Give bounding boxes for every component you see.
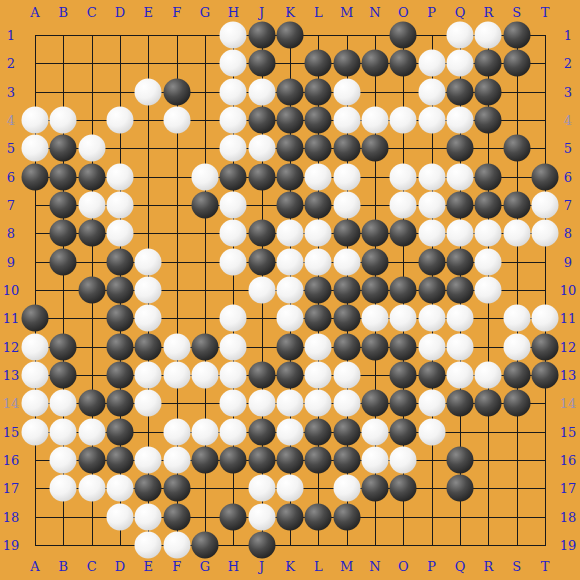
- white-stone-H7[interactable]: [220, 191, 247, 218]
- coordinate-label: G: [200, 560, 210, 573]
- coordinate-label: A: [30, 560, 39, 573]
- black-stone-E12[interactable]: [135, 333, 162, 360]
- white-stone-L12[interactable]: [305, 333, 332, 360]
- go-board-canvas: ABCDEFGHJKLMNOPQRST ABCDEFGHJKLMNOPQRST …: [0, 0, 580, 580]
- white-stone-R9[interactable]: [475, 248, 502, 275]
- black-stone-B5[interactable]: [50, 135, 77, 162]
- black-stone-J9[interactable]: [248, 248, 275, 275]
- black-stone-A11[interactable]: [22, 305, 49, 332]
- black-stone-D10[interactable]: [106, 276, 133, 303]
- white-stone-Q6[interactable]: [446, 163, 473, 190]
- coordinate-label: D: [115, 560, 125, 573]
- coordinate-label: 12: [560, 340, 577, 353]
- white-stone-R13[interactable]: [475, 361, 502, 388]
- black-stone-C16[interactable]: [78, 446, 105, 473]
- white-stone-R8[interactable]: [475, 220, 502, 247]
- white-stone-M14[interactable]: [333, 390, 360, 417]
- white-stone-L13[interactable]: [305, 361, 332, 388]
- white-stone-A4[interactable]: [22, 106, 49, 133]
- black-stone-B12[interactable]: [50, 333, 77, 360]
- white-stone-P15[interactable]: [418, 418, 445, 445]
- black-stone-S5[interactable]: [503, 135, 530, 162]
- black-stone-F17[interactable]: [163, 475, 190, 502]
- white-stone-M9[interactable]: [333, 248, 360, 275]
- white-stone-Q11[interactable]: [446, 305, 473, 332]
- black-stone-K13[interactable]: [276, 361, 303, 388]
- black-stone-M5[interactable]: [333, 135, 360, 162]
- black-stone-O1[interactable]: [390, 22, 417, 49]
- white-stone-K17[interactable]: [276, 475, 303, 502]
- white-stone-M6[interactable]: [333, 163, 360, 190]
- black-stone-T12[interactable]: [531, 333, 558, 360]
- white-stone-L9[interactable]: [305, 248, 332, 275]
- black-stone-K12[interactable]: [276, 333, 303, 360]
- black-stone-J6[interactable]: [248, 163, 275, 190]
- black-stone-Q3[interactable]: [446, 78, 473, 105]
- black-stone-L16[interactable]: [305, 446, 332, 473]
- white-stone-S12[interactable]: [503, 333, 530, 360]
- coordinate-label: E: [144, 560, 154, 573]
- white-stone-P2[interactable]: [418, 50, 445, 77]
- black-stone-R7[interactable]: [475, 191, 502, 218]
- black-stone-M11[interactable]: [333, 305, 360, 332]
- coordinate-label: 3: [7, 85, 15, 98]
- black-stone-O13[interactable]: [390, 361, 417, 388]
- coordinate-label: A: [30, 6, 39, 19]
- black-stone-L15[interactable]: [305, 418, 332, 445]
- white-stone-P4[interactable]: [418, 106, 445, 133]
- white-stone-M3[interactable]: [333, 78, 360, 105]
- black-stone-D11[interactable]: [106, 305, 133, 332]
- black-stone-Q5[interactable]: [446, 135, 473, 162]
- white-stone-P8[interactable]: [418, 220, 445, 247]
- white-stone-D8[interactable]: [106, 220, 133, 247]
- white-stone-F16[interactable]: [163, 446, 190, 473]
- coordinate-label: L: [314, 6, 323, 19]
- black-stone-R2[interactable]: [475, 50, 502, 77]
- white-stone-J14[interactable]: [248, 390, 275, 417]
- white-stone-C15[interactable]: [78, 418, 105, 445]
- black-stone-M10[interactable]: [333, 276, 360, 303]
- black-stone-R3[interactable]: [475, 78, 502, 105]
- coordinate-label: 14: [560, 397, 577, 410]
- coordinate-label: H: [228, 560, 239, 573]
- white-stone-H9[interactable]: [220, 248, 247, 275]
- black-stone-B9[interactable]: [50, 248, 77, 275]
- black-stone-L3[interactable]: [305, 78, 332, 105]
- black-stone-G12[interactable]: [191, 333, 218, 360]
- black-stone-D9[interactable]: [106, 248, 133, 275]
- white-stone-M4[interactable]: [333, 106, 360, 133]
- black-stone-O2[interactable]: [390, 50, 417, 77]
- black-stone-M15[interactable]: [333, 418, 360, 445]
- white-stone-J10[interactable]: [248, 276, 275, 303]
- black-stone-M16[interactable]: [333, 446, 360, 473]
- black-stone-T13[interactable]: [531, 361, 558, 388]
- white-stone-A13[interactable]: [22, 361, 49, 388]
- coordinate-label: 5: [564, 142, 572, 155]
- white-stone-A5[interactable]: [22, 135, 49, 162]
- coordinate-label: E: [144, 6, 154, 19]
- white-stone-B17[interactable]: [50, 475, 77, 502]
- black-stone-R14[interactable]: [475, 390, 502, 417]
- white-stone-S8[interactable]: [503, 220, 530, 247]
- black-stone-B13[interactable]: [50, 361, 77, 388]
- white-stone-N15[interactable]: [361, 418, 388, 445]
- black-stone-P9[interactable]: [418, 248, 445, 275]
- white-stone-E14[interactable]: [135, 390, 162, 417]
- black-stone-D16[interactable]: [106, 446, 133, 473]
- coordinate-label: K: [285, 6, 295, 19]
- coordinate-label: Q: [455, 560, 466, 573]
- coordinate-label: 16: [3, 453, 20, 466]
- black-stone-Q14[interactable]: [446, 390, 473, 417]
- white-stone-T7[interactable]: [531, 191, 558, 218]
- black-stone-L11[interactable]: [305, 305, 332, 332]
- white-stone-D17[interactable]: [106, 475, 133, 502]
- coordinate-label: O: [398, 6, 409, 19]
- white-stone-M7[interactable]: [333, 191, 360, 218]
- black-stone-E17[interactable]: [135, 475, 162, 502]
- black-stone-T6[interactable]: [531, 163, 558, 190]
- black-stone-D12[interactable]: [106, 333, 133, 360]
- white-stone-B14[interactable]: [50, 390, 77, 417]
- black-stone-S13[interactable]: [503, 361, 530, 388]
- white-stone-H11[interactable]: [220, 305, 247, 332]
- black-stone-K16[interactable]: [276, 446, 303, 473]
- coordinate-label: K: [285, 560, 295, 573]
- coordinate-label: 4: [7, 113, 15, 126]
- white-stone-T8[interactable]: [531, 220, 558, 247]
- black-stone-M18[interactable]: [333, 503, 360, 530]
- white-stone-Q2[interactable]: [446, 50, 473, 77]
- white-stone-E10[interactable]: [135, 276, 162, 303]
- white-stone-O11[interactable]: [390, 305, 417, 332]
- coordinate-label: J: [259, 560, 264, 573]
- coordinate-label: 6: [7, 170, 15, 183]
- white-stone-C7[interactable]: [78, 191, 105, 218]
- white-stone-K11[interactable]: [276, 305, 303, 332]
- coordinate-label: 15: [3, 425, 20, 438]
- black-stone-L7[interactable]: [305, 191, 332, 218]
- black-stone-B7[interactable]: [50, 191, 77, 218]
- black-stone-R4[interactable]: [475, 106, 502, 133]
- white-stone-C5[interactable]: [78, 135, 105, 162]
- coordinate-label: 4: [564, 113, 572, 126]
- white-stone-O4[interactable]: [390, 106, 417, 133]
- black-stone-K7[interactable]: [276, 191, 303, 218]
- white-stone-Q12[interactable]: [446, 333, 473, 360]
- black-stone-H16[interactable]: [220, 446, 247, 473]
- white-stone-D6[interactable]: [106, 163, 133, 190]
- white-stone-N16[interactable]: [361, 446, 388, 473]
- black-stone-Q17[interactable]: [446, 475, 473, 502]
- coordinate-label: N: [369, 560, 380, 573]
- coordinate-label: F: [172, 560, 181, 573]
- black-stone-C14[interactable]: [78, 390, 105, 417]
- coordinate-label: 16: [560, 453, 577, 466]
- white-stone-D7[interactable]: [106, 191, 133, 218]
- white-stone-J18[interactable]: [248, 503, 275, 530]
- white-stone-K9[interactable]: [276, 248, 303, 275]
- black-stone-G19[interactable]: [191, 531, 218, 558]
- black-stone-J16[interactable]: [248, 446, 275, 473]
- white-stone-F19[interactable]: [163, 531, 190, 558]
- white-stone-G6[interactable]: [191, 163, 218, 190]
- white-stone-E16[interactable]: [135, 446, 162, 473]
- white-stone-Q4[interactable]: [446, 106, 473, 133]
- coordinate-label: O: [398, 560, 409, 573]
- white-stone-H8[interactable]: [220, 220, 247, 247]
- coordinate-label: 14: [3, 397, 20, 410]
- white-stone-H14[interactable]: [220, 390, 247, 417]
- black-stone-L18[interactable]: [305, 503, 332, 530]
- coordinate-label: 12: [3, 340, 20, 353]
- black-stone-H18[interactable]: [220, 503, 247, 530]
- white-stone-E3[interactable]: [135, 78, 162, 105]
- coordinate-label: P: [427, 560, 436, 573]
- coordinate-label: 18: [3, 510, 20, 523]
- black-stone-Q9[interactable]: [446, 248, 473, 275]
- black-stone-N9[interactable]: [361, 248, 388, 275]
- black-stone-D15[interactable]: [106, 418, 133, 445]
- white-stone-O6[interactable]: [390, 163, 417, 190]
- black-stone-C8[interactable]: [78, 220, 105, 247]
- coordinate-label: 6: [564, 170, 572, 183]
- black-stone-S2[interactable]: [503, 50, 530, 77]
- black-stone-N10[interactable]: [361, 276, 388, 303]
- black-stone-K1[interactable]: [276, 22, 303, 49]
- white-stone-P12[interactable]: [418, 333, 445, 360]
- black-stone-B8[interactable]: [50, 220, 77, 247]
- white-stone-S11[interactable]: [503, 305, 530, 332]
- black-stone-P10[interactable]: [418, 276, 445, 303]
- coordinate-label: 7: [564, 198, 572, 211]
- black-stone-J13[interactable]: [248, 361, 275, 388]
- black-stone-D14[interactable]: [106, 390, 133, 417]
- black-stone-M2[interactable]: [333, 50, 360, 77]
- white-stone-H2[interactable]: [220, 50, 247, 77]
- coordinate-label: 19: [560, 538, 577, 551]
- coordinate-label: D: [115, 6, 125, 19]
- black-stone-Q7[interactable]: [446, 191, 473, 218]
- coordinate-label: T: [541, 560, 550, 573]
- coordinate-label: C: [87, 560, 97, 573]
- black-stone-B6[interactable]: [50, 163, 77, 190]
- white-stone-H3[interactable]: [220, 78, 247, 105]
- black-stone-L4[interactable]: [305, 106, 332, 133]
- black-stone-O15[interactable]: [390, 418, 417, 445]
- white-stone-D4[interactable]: [106, 106, 133, 133]
- black-stone-G16[interactable]: [191, 446, 218, 473]
- black-stone-S14[interactable]: [503, 390, 530, 417]
- black-stone-J15[interactable]: [248, 418, 275, 445]
- coordinate-label: 7: [7, 198, 15, 211]
- black-stone-K18[interactable]: [276, 503, 303, 530]
- black-stone-S7[interactable]: [503, 191, 530, 218]
- white-stone-C17[interactable]: [78, 475, 105, 502]
- black-stone-S1[interactable]: [503, 22, 530, 49]
- coordinate-label: 11: [560, 312, 577, 325]
- white-stone-H15[interactable]: [220, 418, 247, 445]
- white-stone-Q13[interactable]: [446, 361, 473, 388]
- white-stone-F4[interactable]: [163, 106, 190, 133]
- grid-line-vertical: [545, 35, 546, 546]
- white-stone-E9[interactable]: [135, 248, 162, 275]
- white-stone-P11[interactable]: [418, 305, 445, 332]
- coordinate-label: R: [483, 560, 493, 573]
- white-stone-J17[interactable]: [248, 475, 275, 502]
- black-stone-K5[interactable]: [276, 135, 303, 162]
- coordinate-label: 9: [7, 255, 15, 268]
- black-stone-F18[interactable]: [163, 503, 190, 530]
- white-stone-K8[interactable]: [276, 220, 303, 247]
- white-stone-Q1[interactable]: [446, 22, 473, 49]
- white-stone-N11[interactable]: [361, 305, 388, 332]
- white-stone-R10[interactable]: [475, 276, 502, 303]
- black-stone-Q16[interactable]: [446, 446, 473, 473]
- black-stone-M8[interactable]: [333, 220, 360, 247]
- black-stone-J4[interactable]: [248, 106, 275, 133]
- white-stone-A15[interactable]: [22, 418, 49, 445]
- black-stone-N5[interactable]: [361, 135, 388, 162]
- black-stone-L10[interactable]: [305, 276, 332, 303]
- black-stone-J2[interactable]: [248, 50, 275, 77]
- white-stone-B4[interactable]: [50, 106, 77, 133]
- coordinate-label: M: [340, 6, 353, 19]
- black-stone-O14[interactable]: [390, 390, 417, 417]
- white-stone-A14[interactable]: [22, 390, 49, 417]
- coordinate-label: 10: [3, 283, 20, 296]
- white-stone-F13[interactable]: [163, 361, 190, 388]
- white-stone-E13[interactable]: [135, 361, 162, 388]
- black-stone-K4[interactable]: [276, 106, 303, 133]
- white-stone-J3[interactable]: [248, 78, 275, 105]
- white-stone-M13[interactable]: [333, 361, 360, 388]
- black-stone-O12[interactable]: [390, 333, 417, 360]
- white-stone-H1[interactable]: [220, 22, 247, 49]
- black-stone-H6[interactable]: [220, 163, 247, 190]
- coordinate-label: H: [228, 6, 239, 19]
- black-stone-O17[interactable]: [390, 475, 417, 502]
- black-stone-A6[interactable]: [22, 163, 49, 190]
- black-stone-N2[interactable]: [361, 50, 388, 77]
- coordinate-label: 9: [564, 255, 572, 268]
- white-stone-F12[interactable]: [163, 333, 190, 360]
- white-stone-B15[interactable]: [50, 418, 77, 445]
- white-stone-J5[interactable]: [248, 135, 275, 162]
- white-stone-D18[interactable]: [106, 503, 133, 530]
- coordinate-label: T: [541, 6, 550, 19]
- white-stone-B16[interactable]: [50, 446, 77, 473]
- black-stone-K6[interactable]: [276, 163, 303, 190]
- black-stone-N8[interactable]: [361, 220, 388, 247]
- white-stone-H5[interactable]: [220, 135, 247, 162]
- white-stone-A12[interactable]: [22, 333, 49, 360]
- white-stone-P6[interactable]: [418, 163, 445, 190]
- white-stone-L14[interactable]: [305, 390, 332, 417]
- white-stone-E19[interactable]: [135, 531, 162, 558]
- white-stone-P7[interactable]: [418, 191, 445, 218]
- white-stone-G13[interactable]: [191, 361, 218, 388]
- black-stone-O10[interactable]: [390, 276, 417, 303]
- white-stone-Q8[interactable]: [446, 220, 473, 247]
- white-stone-M17[interactable]: [333, 475, 360, 502]
- white-stone-R1[interactable]: [475, 22, 502, 49]
- black-stone-J19[interactable]: [248, 531, 275, 558]
- coordinate-label: N: [369, 6, 380, 19]
- white-stone-E18[interactable]: [135, 503, 162, 530]
- white-stone-K10[interactable]: [276, 276, 303, 303]
- black-stone-N14[interactable]: [361, 390, 388, 417]
- white-stone-O16[interactable]: [390, 446, 417, 473]
- coordinate-label: 17: [3, 482, 20, 495]
- black-stone-L2[interactable]: [305, 50, 332, 77]
- coordinate-label: 8: [7, 227, 15, 240]
- coordinate-label: 1: [564, 29, 572, 42]
- black-stone-M12[interactable]: [333, 333, 360, 360]
- coordinate-label: 13: [560, 368, 577, 381]
- black-stone-Q10[interactable]: [446, 276, 473, 303]
- black-stone-J1[interactable]: [248, 22, 275, 49]
- white-stone-T11[interactable]: [531, 305, 558, 332]
- white-stone-P14[interactable]: [418, 390, 445, 417]
- coordinate-label: F: [172, 6, 181, 19]
- white-stone-N4[interactable]: [361, 106, 388, 133]
- black-stone-G7[interactable]: [191, 191, 218, 218]
- black-stone-P13[interactable]: [418, 361, 445, 388]
- black-stone-D13[interactable]: [106, 361, 133, 388]
- coordinate-label: B: [59, 6, 69, 19]
- black-stone-O8[interactable]: [390, 220, 417, 247]
- black-stone-J8[interactable]: [248, 220, 275, 247]
- black-stone-N17[interactable]: [361, 475, 388, 502]
- coordinate-label: 3: [564, 85, 572, 98]
- black-stone-C6[interactable]: [78, 163, 105, 190]
- coordinate-label: L: [314, 560, 323, 573]
- white-stone-E11[interactable]: [135, 305, 162, 332]
- white-stone-L6[interactable]: [305, 163, 332, 190]
- white-stone-K15[interactable]: [276, 418, 303, 445]
- coordinate-label: 8: [564, 227, 572, 240]
- white-stone-K14[interactable]: [276, 390, 303, 417]
- coordinate-label: P: [427, 6, 436, 19]
- coordinate-label: 18: [560, 510, 577, 523]
- white-stone-F15[interactable]: [163, 418, 190, 445]
- white-stone-L8[interactable]: [305, 220, 332, 247]
- white-stone-H4[interactable]: [220, 106, 247, 133]
- coordinate-label: R: [483, 6, 493, 19]
- white-stone-H12[interactable]: [220, 333, 247, 360]
- coordinate-label: C: [87, 6, 97, 19]
- coordinate-label: J: [259, 6, 264, 19]
- white-stone-P3[interactable]: [418, 78, 445, 105]
- black-stone-C10[interactable]: [78, 276, 105, 303]
- white-stone-H13[interactable]: [220, 361, 247, 388]
- white-stone-G15[interactable]: [191, 418, 218, 445]
- coordinate-label: B: [59, 560, 69, 573]
- coordinate-label: 1: [7, 29, 15, 42]
- black-stone-R6[interactable]: [475, 163, 502, 190]
- black-stone-N12[interactable]: [361, 333, 388, 360]
- grid-line-horizontal: [35, 545, 546, 546]
- white-stone-O7[interactable]: [390, 191, 417, 218]
- black-stone-L5[interactable]: [305, 135, 332, 162]
- coordinate-label: 10: [560, 283, 577, 296]
- black-stone-K3[interactable]: [276, 78, 303, 105]
- black-stone-F3[interactable]: [163, 78, 190, 105]
- coordinate-label: S: [512, 6, 521, 19]
